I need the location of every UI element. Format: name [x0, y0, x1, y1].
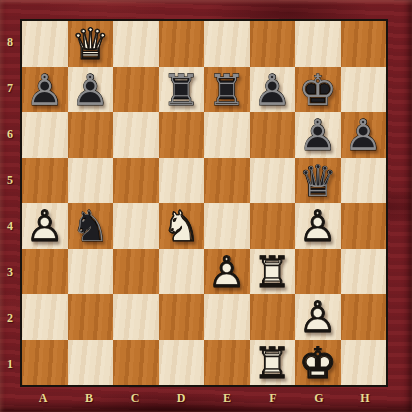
square-b8[interactable]: ♛♕ [68, 21, 114, 67]
square-g5[interactable]: ♛♕ [295, 158, 341, 204]
white-pawn-outline: ♙ [295, 294, 341, 340]
square-a1[interactable] [22, 340, 68, 386]
rank-labels: 87654321 [0, 19, 20, 387]
rank-label: 3 [0, 249, 20, 295]
square-b3[interactable] [68, 249, 114, 295]
piece-white-pawn[interactable]: ♟♙ [295, 203, 341, 249]
square-c4[interactable] [113, 203, 159, 249]
rank-label: 2 [0, 295, 20, 341]
piece-black-king[interactable]: ♚♔ [295, 67, 341, 113]
white-rook-outline: ♖ [250, 340, 296, 386]
black-pawn-outline: ♙ [22, 67, 68, 113]
square-d8[interactable] [159, 21, 205, 67]
square-g8[interactable] [295, 21, 341, 67]
piece-white-knight[interactable]: ♞♘ [159, 203, 205, 249]
black-king-outline: ♔ [295, 67, 341, 113]
chess-board: ♛♕♟♙♟♙♜♖♜♖♟♙♚♔♟♙♟♙♛♕♟♙♞♘♞♘♟♙♟♙♜♖♟♙♜♖♚♔ [22, 21, 386, 385]
square-a6[interactable] [22, 112, 68, 158]
square-f7[interactable]: ♟♙ [250, 67, 296, 113]
square-e6[interactable] [204, 112, 250, 158]
file-label: H [342, 387, 388, 409]
board-outline: ♛♕♟♙♟♙♜♖♜♖♟♙♚♔♟♙♟♙♛♕♟♙♞♘♞♘♟♙♟♙♜♖♟♙♜♖♚♔ [20, 19, 388, 387]
piece-black-rook[interactable]: ♜♖ [204, 67, 250, 113]
square-g6[interactable]: ♟♙ [295, 112, 341, 158]
rank-label: 1 [0, 341, 20, 387]
white-pawn-outline: ♙ [295, 203, 341, 249]
square-b7[interactable]: ♟♙ [68, 67, 114, 113]
square-h7[interactable] [341, 67, 387, 113]
white-queen-outline: ♕ [68, 21, 114, 67]
square-b6[interactable] [68, 112, 114, 158]
square-e7[interactable]: ♜♖ [204, 67, 250, 113]
square-c3[interactable] [113, 249, 159, 295]
file-label: C [112, 387, 158, 409]
square-d2[interactable] [159, 294, 205, 340]
square-g2[interactable]: ♟♙ [295, 294, 341, 340]
white-rook-outline: ♖ [250, 249, 296, 295]
square-f3[interactable]: ♜♖ [250, 249, 296, 295]
square-f4[interactable] [250, 203, 296, 249]
piece-black-pawn[interactable]: ♟♙ [341, 112, 387, 158]
square-a5[interactable] [22, 158, 68, 204]
square-h3[interactable] [341, 249, 387, 295]
square-e8[interactable] [204, 21, 250, 67]
square-h8[interactable] [341, 21, 387, 67]
piece-white-king[interactable]: ♚♔ [295, 340, 341, 386]
square-f8[interactable] [250, 21, 296, 67]
square-b2[interactable] [68, 294, 114, 340]
board-frame-wood: 87654321 ABCDEFGH ♛♕♟♙♟♙♜♖♜♖♟♙♚♔♟♙♟♙♛♕♟♙… [0, 0, 412, 412]
square-b4[interactable]: ♞♘ [68, 203, 114, 249]
white-king-outline: ♔ [295, 340, 341, 386]
black-knight-outline: ♘ [68, 203, 114, 249]
square-a8[interactable] [22, 21, 68, 67]
piece-black-pawn[interactable]: ♟♙ [250, 67, 296, 113]
square-h5[interactable] [341, 158, 387, 204]
piece-black-pawn[interactable]: ♟♙ [68, 67, 114, 113]
black-rook-outline: ♖ [159, 67, 205, 113]
rank-label: 5 [0, 157, 20, 203]
file-label: G [296, 387, 342, 409]
file-label: E [204, 387, 250, 409]
square-a2[interactable] [22, 294, 68, 340]
file-label: D [158, 387, 204, 409]
file-label: B [66, 387, 112, 409]
piece-white-queen[interactable]: ♛♕ [68, 21, 114, 67]
black-pawn-outline: ♙ [295, 112, 341, 158]
square-h1[interactable] [341, 340, 387, 386]
square-a7[interactable]: ♟♙ [22, 67, 68, 113]
piece-black-queen[interactable]: ♛♕ [295, 158, 341, 204]
rank-label: 6 [0, 111, 20, 157]
square-e3[interactable]: ♟♙ [204, 249, 250, 295]
square-c6[interactable] [113, 112, 159, 158]
square-g3[interactable] [295, 249, 341, 295]
square-h2[interactable] [341, 294, 387, 340]
square-a4[interactable]: ♟♙ [22, 203, 68, 249]
square-e1[interactable] [204, 340, 250, 386]
piece-white-rook[interactable]: ♜♖ [250, 249, 296, 295]
piece-white-pawn[interactable]: ♟♙ [204, 249, 250, 295]
square-h4[interactable] [341, 203, 387, 249]
square-h6[interactable]: ♟♙ [341, 112, 387, 158]
black-rook-outline: ♖ [204, 67, 250, 113]
file-label: A [20, 387, 66, 409]
black-queen-outline: ♕ [295, 158, 341, 204]
white-pawn-outline: ♙ [204, 249, 250, 295]
piece-black-knight[interactable]: ♞♘ [68, 203, 114, 249]
file-labels: ABCDEFGH [20, 387, 388, 409]
white-pawn-outline: ♙ [22, 203, 68, 249]
square-c1[interactable] [113, 340, 159, 386]
square-g1[interactable]: ♚♔ [295, 340, 341, 386]
square-d3[interactable] [159, 249, 205, 295]
square-b5[interactable] [68, 158, 114, 204]
square-d6[interactable] [159, 112, 205, 158]
black-pawn-outline: ♙ [68, 67, 114, 113]
square-c5[interactable] [113, 158, 159, 204]
piece-white-rook[interactable]: ♜♖ [250, 340, 296, 386]
square-f5[interactable] [250, 158, 296, 204]
piece-black-pawn[interactable]: ♟♙ [295, 112, 341, 158]
square-f2[interactable] [250, 294, 296, 340]
square-d4[interactable]: ♞♘ [159, 203, 205, 249]
square-c7[interactable] [113, 67, 159, 113]
square-g7[interactable]: ♚♔ [295, 67, 341, 113]
square-g4[interactable]: ♟♙ [295, 203, 341, 249]
rank-label: 8 [0, 19, 20, 65]
square-e2[interactable] [204, 294, 250, 340]
square-e4[interactable] [204, 203, 250, 249]
piece-black-rook[interactable]: ♜♖ [159, 67, 205, 113]
rank-label: 4 [0, 203, 20, 249]
square-c8[interactable] [113, 21, 159, 67]
square-e5[interactable] [204, 158, 250, 204]
black-pawn-outline: ♙ [341, 112, 387, 158]
square-f1[interactable]: ♜♖ [250, 340, 296, 386]
square-d5[interactable] [159, 158, 205, 204]
square-a3[interactable] [22, 249, 68, 295]
square-d1[interactable] [159, 340, 205, 386]
white-knight-outline: ♘ [159, 203, 205, 249]
square-c2[interactable] [113, 294, 159, 340]
black-pawn-outline: ♙ [250, 67, 296, 113]
piece-white-pawn[interactable]: ♟♙ [295, 294, 341, 340]
rank-label: 7 [0, 65, 20, 111]
file-label: F [250, 387, 296, 409]
piece-white-pawn[interactable]: ♟♙ [22, 203, 68, 249]
square-d7[interactable]: ♜♖ [159, 67, 205, 113]
square-f6[interactable] [250, 112, 296, 158]
piece-black-pawn[interactable]: ♟♙ [22, 67, 68, 113]
square-b1[interactable] [68, 340, 114, 386]
